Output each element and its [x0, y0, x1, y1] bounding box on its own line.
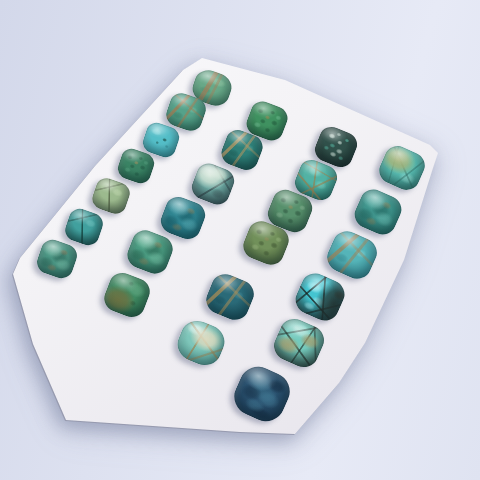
photo-scene: [0, 0, 480, 480]
